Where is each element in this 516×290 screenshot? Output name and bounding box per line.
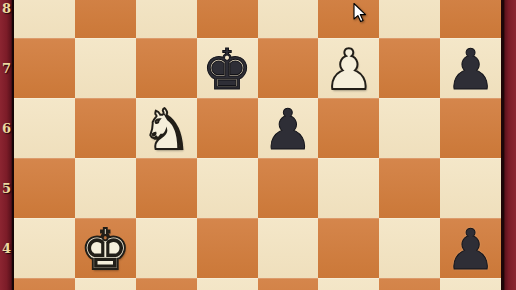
square-a3[interactable] (14, 278, 75, 290)
square-g8[interactable] (379, 0, 440, 38)
white-king-b4[interactable]: ♚ (80, 220, 130, 280)
square-h6[interactable] (440, 98, 501, 158)
square-c3[interactable] (136, 278, 197, 290)
square-d3[interactable] (197, 278, 258, 290)
board-border-right (501, 0, 516, 290)
square-e5[interactable] (258, 158, 319, 218)
square-g4[interactable] (379, 218, 440, 278)
square-e6[interactable]: ♟ (258, 98, 319, 158)
square-d5[interactable] (197, 158, 258, 218)
square-b7[interactable] (75, 38, 136, 98)
square-a7[interactable] (14, 38, 75, 98)
square-g7[interactable] (379, 38, 440, 98)
square-b8[interactable] (75, 0, 136, 38)
square-e7[interactable] (258, 38, 319, 98)
square-e8[interactable] (258, 0, 319, 38)
black-king-d7[interactable]: ♚ (202, 40, 252, 100)
square-e3[interactable] (258, 278, 319, 290)
square-f6[interactable] (318, 98, 379, 158)
square-e4[interactable] (258, 218, 319, 278)
square-d8[interactable] (197, 0, 258, 38)
square-h7[interactable]: ♟ (440, 38, 501, 98)
black-pawn-h7[interactable]: ♟ (445, 40, 495, 100)
chess-board[interactable]: ♚♟♟♞♟♚♟ (14, 0, 501, 290)
square-c7[interactable] (136, 38, 197, 98)
square-c5[interactable] (136, 158, 197, 218)
square-b6[interactable] (75, 98, 136, 158)
square-a4[interactable] (14, 218, 75, 278)
square-h8[interactable] (440, 0, 501, 38)
square-h5[interactable] (440, 158, 501, 218)
square-c8[interactable] (136, 0, 197, 38)
square-c4[interactable] (136, 218, 197, 278)
square-d4[interactable] (197, 218, 258, 278)
mouse-cursor (353, 3, 368, 24)
square-g3[interactable] (379, 278, 440, 290)
square-d7[interactable]: ♚ (197, 38, 258, 98)
square-a5[interactable] (14, 158, 75, 218)
black-pawn-e6[interactable]: ♟ (263, 100, 313, 160)
square-f5[interactable] (318, 158, 379, 218)
square-a8[interactable] (14, 0, 75, 38)
chess-board-viewport: ♚♟♟♞♟♚♟ 87654 (0, 0, 516, 290)
square-c6[interactable]: ♞ (136, 98, 197, 158)
square-b5[interactable] (75, 158, 136, 218)
black-pawn-h4[interactable]: ♟ (445, 220, 495, 280)
square-f7[interactable]: ♟ (318, 38, 379, 98)
white-pawn-f7[interactable]: ♟ (324, 40, 374, 100)
square-f4[interactable] (318, 218, 379, 278)
square-b4[interactable]: ♚ (75, 218, 136, 278)
board-border-left (0, 0, 14, 290)
square-g6[interactable] (379, 98, 440, 158)
square-h4[interactable]: ♟ (440, 218, 501, 278)
white-knight-c6[interactable]: ♞ (141, 100, 191, 160)
square-d6[interactable] (197, 98, 258, 158)
square-g5[interactable] (379, 158, 440, 218)
square-f8[interactable] (318, 0, 379, 38)
square-a6[interactable] (14, 98, 75, 158)
square-f3[interactable] (318, 278, 379, 290)
